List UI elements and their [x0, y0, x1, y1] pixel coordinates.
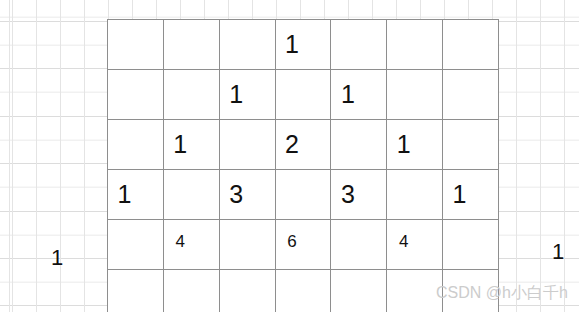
grid-cell-r4c1: 1 [108, 170, 164, 220]
grid-cell-r4c2 [164, 170, 220, 220]
grid-cell-r2c1 [108, 70, 164, 120]
cell-value: 1 [285, 32, 299, 57]
grid-cell-r6c4 [276, 270, 332, 312]
pascal-triangle-board: 1111211331464 [107, 19, 499, 312]
grid-cell-r3c1 [108, 120, 164, 170]
cell-value: 6 [287, 233, 296, 250]
grid-cell-r4c3: 3 [220, 170, 276, 220]
outside-left-value: 1 [51, 247, 63, 269]
cell-value: 1 [341, 82, 355, 107]
grid-cell-r5c5 [331, 220, 387, 270]
grid-cell-r5c1 [108, 220, 164, 270]
grid-cell-r5c3 [220, 220, 276, 270]
grid-cell-r3c5 [331, 120, 387, 170]
cell-value: 3 [341, 182, 355, 207]
grid-cell-r1c4: 1 [276, 20, 332, 70]
grid-cell-r4c4 [276, 170, 332, 220]
grid-cell-r4c6 [387, 170, 443, 220]
grid-cell-r2c3: 1 [220, 70, 276, 120]
cell-value: 2 [285, 132, 299, 157]
grid-cell-r3c6: 1 [387, 120, 443, 170]
grid-cell-r3c4: 2 [276, 120, 332, 170]
grid-cell-r6c3 [220, 270, 276, 312]
grid-cell-r6c5 [331, 270, 387, 312]
cell-value: 3 [229, 182, 243, 207]
grid-cell-r2c2 [164, 70, 220, 120]
grid-cell-r2c5: 1 [331, 70, 387, 120]
grid-cell-r1c6 [387, 20, 443, 70]
grid-cell-r5c4: 6 [276, 220, 332, 270]
watermark: CSDN @h小白千h [436, 284, 568, 302]
grid-cell-r4c7: 1 [443, 170, 499, 220]
grid-cell-r4c5: 3 [331, 170, 387, 220]
grid-cell-r3c3 [220, 120, 276, 170]
spreadsheet-canvas: 1111211331464 1 1 CSDN @h小白千h [0, 0, 579, 312]
grid-cell-r5c7 [443, 220, 499, 270]
grid-cell-r3c7 [443, 120, 499, 170]
grid-cell-r2c7 [443, 70, 499, 120]
grid-cell-r1c1 [108, 20, 164, 70]
grid-cell-r5c6: 4 [387, 220, 443, 270]
grid-cell-r1c2 [164, 20, 220, 70]
grid-cell-r2c4 [276, 70, 332, 120]
grid-cell-r6c2 [164, 270, 220, 312]
cell-value: 1 [453, 182, 467, 207]
cell-value: 1 [229, 82, 243, 107]
grid-cell-r6c6 [387, 270, 443, 312]
grid-cell-r1c5 [331, 20, 387, 70]
cell-value: 1 [173, 132, 187, 157]
cell-value: 4 [176, 233, 185, 250]
cell-value: 1 [117, 182, 131, 207]
grid-cell-r1c7 [443, 20, 499, 70]
grid-cell-r6c1 [108, 270, 164, 312]
grid-cell-r5c2: 4 [164, 220, 220, 270]
grid-cell-r2c6 [387, 70, 443, 120]
grid-cell-r1c3 [220, 20, 276, 70]
grid-cell-r3c2: 1 [164, 120, 220, 170]
cell-value: 4 [399, 233, 408, 250]
outside-right-value: 1 [552, 241, 564, 263]
cell-value: 1 [397, 132, 411, 157]
